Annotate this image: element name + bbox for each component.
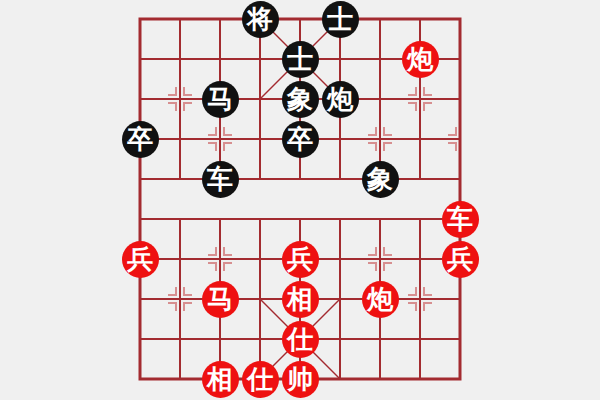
piece-glyph: 车 [447,206,473,232]
piece-black-general[interactable]: 将 [242,1,279,38]
piece-glyph: 炮 [407,46,433,72]
piece-glyph: 士 [327,6,353,32]
piece-red-elephant[interactable]: 相 [282,281,319,318]
piece-red-chariot[interactable]: 车 [442,201,479,238]
piece-glyph: 兵 [127,246,153,272]
piece-black-chariot[interactable]: 车 [202,161,239,198]
piece-glyph: 炮 [367,286,393,312]
piece-glyph: 象 [367,166,393,192]
piece-glyph: 兵 [447,246,473,272]
piece-black-advisor[interactable]: 士 [282,41,319,78]
piece-glyph: 将 [247,6,273,32]
piece-red-advisor[interactable]: 仕 [282,321,319,358]
piece-glyph: 炮 [327,86,353,112]
piece-glyph: 马 [207,86,233,112]
piece-red-soldier[interactable]: 兵 [122,241,159,278]
piece-red-cannon[interactable]: 炮 [362,281,399,318]
piece-glyph: 士 [287,46,313,72]
piece-red-cannon[interactable]: 炮 [402,41,439,78]
piece-glyph: 仕 [287,326,313,352]
piece-red-general[interactable]: 帅 [282,361,319,398]
piece-glyph: 卒 [287,126,313,152]
piece-glyph: 象 [287,86,313,112]
piece-glyph: 相 [287,286,313,312]
piece-black-elephant[interactable]: 象 [282,81,319,118]
piece-red-soldier[interactable]: 兵 [282,241,319,278]
piece-black-cannon[interactable]: 炮 [322,81,359,118]
piece-glyph: 相 [207,366,233,392]
piece-glyph: 仕 [247,366,273,392]
piece-black-elephant[interactable]: 象 [362,161,399,198]
piece-black-advisor[interactable]: 士 [322,1,359,38]
piece-red-horse[interactable]: 马 [202,281,239,318]
piece-glyph: 帅 [287,366,313,392]
piece-black-soldier[interactable]: 卒 [122,121,159,158]
piece-glyph: 卒 [127,126,153,152]
piece-red-soldier[interactable]: 兵 [442,241,479,278]
piece-glyph: 马 [207,286,233,312]
piece-black-soldier[interactable]: 卒 [282,121,319,158]
piece-glyph: 兵 [287,246,313,272]
piece-black-horse[interactable]: 马 [202,81,239,118]
pieces-layer: 将士士炮马象炮卒卒车象车兵兵兵马相炮仕相仕帅 [120,0,480,399]
piece-red-elephant[interactable]: 相 [202,361,239,398]
piece-glyph: 车 [207,166,233,192]
piece-red-advisor[interactable]: 仕 [242,361,279,398]
xiangqi-board-stage: 将士士炮马象炮卒卒车象车兵兵兵马相炮仕相仕帅 [0,0,600,400]
